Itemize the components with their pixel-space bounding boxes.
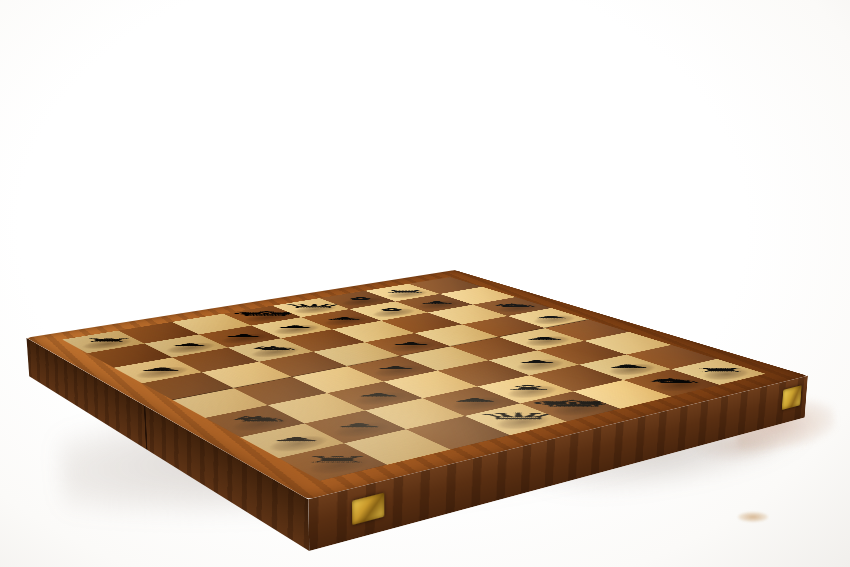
white-bishop: ♝: [490, 384, 565, 391]
piece-shadow: [444, 394, 512, 413]
black-rook: ♜: [74, 338, 140, 343]
white-pawn: ♟: [350, 392, 405, 397]
black-bishop: ♝: [330, 297, 390, 301]
black-pawn: ♟: [218, 334, 267, 338]
white-pawn: ♟: [601, 364, 655, 368]
black-knight: ♞: [239, 346, 308, 352]
piece-shadow: [130, 364, 194, 381]
brass-latch-icon: [781, 386, 801, 411]
square-c4: [292, 366, 384, 393]
piece-shadow: [326, 419, 398, 440]
white-rook: ♜: [296, 455, 377, 463]
fold-seam-side: [144, 405, 148, 450]
black-rook: ♜: [377, 289, 432, 293]
black-pawn: ♟: [164, 343, 215, 347]
floor-mark: [738, 512, 768, 522]
brass-hinge-icon: [352, 493, 384, 525]
white-king: ♚: [521, 399, 624, 408]
white-pawn: ♟: [446, 397, 502, 402]
square-e3: [437, 360, 529, 386]
black-bishop: ♝: [360, 307, 421, 312]
white-pawn: ♟: [519, 336, 568, 340]
black-pawn: ♟: [270, 325, 318, 329]
square-c3: ♟: [327, 382, 423, 411]
piece-shadow: [261, 433, 335, 455]
white-knight: ♞: [636, 378, 712, 384]
white-knight: ♞: [218, 415, 298, 423]
white-queen: ♛: [469, 412, 567, 421]
square-g2: ♟: [579, 355, 671, 380]
square-f2: [529, 365, 623, 392]
black-pawn: ♟: [414, 301, 458, 304]
piece-shadow: [509, 357, 571, 373]
piece-shadow: [347, 389, 415, 408]
black-pawn: ♟: [320, 317, 366, 321]
black-knight: ♞: [483, 303, 544, 307]
piece-shadow: [499, 383, 565, 401]
square-e2: ♝: [477, 375, 573, 403]
square-c2: [365, 398, 465, 429]
piece-shadow: [601, 361, 664, 377]
white-pawn: ♟: [265, 436, 326, 442]
photo-backdrop: ♜♚♛♝♜♟♟♟♟♝♟♟♞♞♟♟♟♟♞♟♟♟♟♟♝♟♜♛♚♞♜: [0, 0, 850, 567]
piece-shadow: [225, 414, 297, 435]
black-pawn: ♟: [386, 342, 435, 346]
white-pawn: ♟: [510, 360, 562, 364]
square-b4: [234, 377, 328, 405]
black-pawn: ♟: [527, 315, 574, 319]
